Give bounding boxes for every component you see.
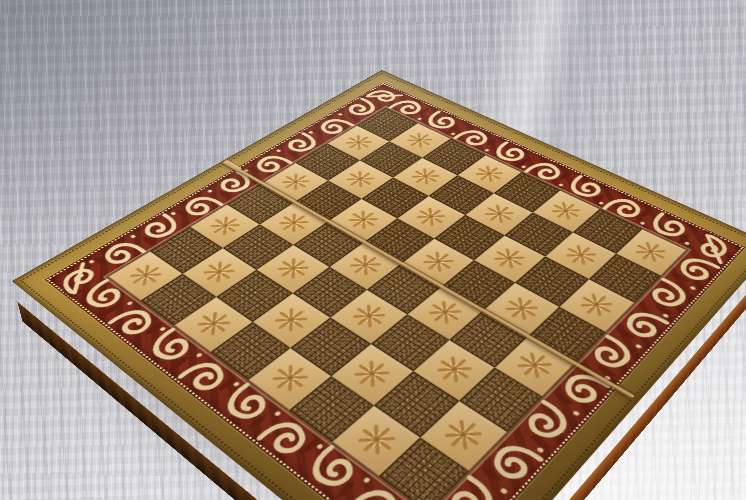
chessboard-3d: [17, 87, 746, 500]
chessboard: [108, 108, 686, 500]
photo-scene: [0, 0, 746, 500]
backdrop-fabric: [0, 0, 746, 500]
